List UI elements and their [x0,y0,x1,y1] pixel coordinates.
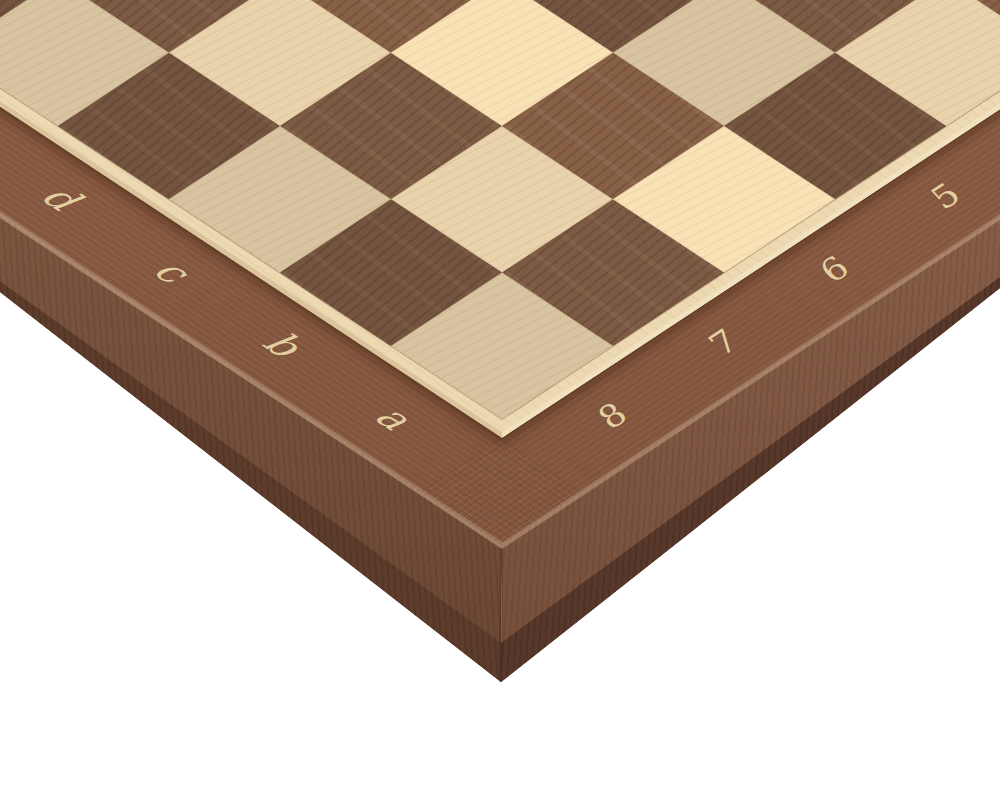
board-top-face: abcd8765 [0,0,1000,545]
chessboard-product-photo: abcd8765 [0,0,1000,800]
